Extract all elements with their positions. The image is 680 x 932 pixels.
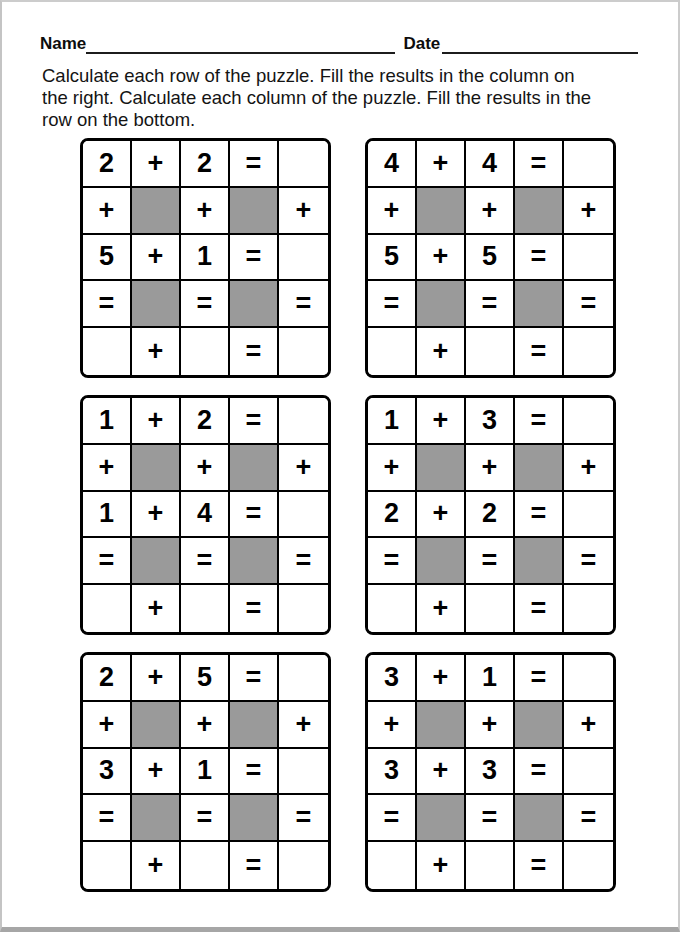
equals-operator-cell: = [83,795,132,842]
instructions-line-1: Calculate each row of the puzzle. Fill t… [42,65,672,87]
equals-operator-cell: = [279,538,328,585]
plus-operator-cell: + [417,655,466,702]
number-cell: 2 [83,141,132,188]
plus-operator-cell: + [466,188,515,235]
equals-operator-cell: = [466,795,515,842]
answer-cell[interactable] [83,328,132,375]
date-label: Date [403,34,440,54]
blocked-cell [132,445,181,492]
plus-operator-cell: + [181,445,230,492]
blocked-cell [230,795,279,842]
plus-operator-cell: + [181,188,230,235]
answer-cell[interactable] [564,398,613,445]
number-cell: 5 [368,235,417,282]
plus-operator-cell: + [417,328,466,375]
puzzle-board-4: 1+3=+++2+2====+= [365,395,616,635]
blocked-cell [417,538,466,585]
instructions-text: Calculate each row of the puzzle. Fill t… [42,65,672,131]
number-cell: 5 [466,235,515,282]
answer-cell[interactable] [279,328,328,375]
plus-operator-cell: + [564,445,613,492]
number-cell: 3 [466,749,515,796]
answer-cell[interactable] [368,585,417,632]
plus-operator-cell: + [181,702,230,749]
instructions-line-3: row on the bottom. [42,109,672,131]
worksheet-page: NameDate Calculate each row of the puzzl… [0,0,680,932]
equals-operator-cell: = [368,795,417,842]
number-cell: 1 [83,398,132,445]
blocked-cell [417,795,466,842]
equals-operator-cell: = [515,842,564,889]
plus-operator-cell: + [132,585,181,632]
equals-operator-cell: = [230,141,279,188]
equals-operator-cell: = [230,492,279,539]
number-cell: 1 [181,749,230,796]
plus-operator-cell: + [132,235,181,282]
plus-operator-cell: + [132,842,181,889]
equals-operator-cell: = [230,328,279,375]
answer-cell[interactable] [564,655,613,702]
number-cell: 1 [83,492,132,539]
puzzle-board-5: 2+5=+++3+1====+= [80,652,331,892]
equals-operator-cell: = [230,585,279,632]
equals-operator-cell: = [515,749,564,796]
answer-cell[interactable] [564,235,613,282]
plus-operator-cell: + [132,492,181,539]
equals-operator-cell: = [515,585,564,632]
answer-cell[interactable] [279,655,328,702]
answer-cell[interactable] [368,328,417,375]
plus-operator-cell: + [417,398,466,445]
plus-operator-cell: + [368,445,417,492]
blocked-cell [417,281,466,328]
plus-operator-cell: + [417,585,466,632]
blocked-cell [515,188,564,235]
answer-cell[interactable] [279,842,328,889]
blocked-cell [132,188,181,235]
blocked-cell [417,702,466,749]
answer-cell[interactable] [564,141,613,188]
equals-operator-cell: = [230,235,279,282]
plus-operator-cell: + [417,749,466,796]
blocked-cell [230,445,279,492]
equals-operator-cell: = [564,281,613,328]
puzzle-board-1: 2+2=+++5+1====+= [80,138,331,378]
plus-operator-cell: + [564,188,613,235]
blocked-cell [515,445,564,492]
answer-cell[interactable] [466,328,515,375]
equals-operator-cell: = [181,795,230,842]
answer-cell[interactable] [83,842,132,889]
answer-cell[interactable] [279,235,328,282]
number-cell: 2 [181,398,230,445]
equals-operator-cell: = [230,655,279,702]
puzzle-board-6: 3+1=+++3+3====+= [365,652,616,892]
number-cell: 4 [466,141,515,188]
plus-operator-cell: + [417,492,466,539]
equals-operator-cell: = [181,538,230,585]
equals-operator-cell: = [230,749,279,796]
blocked-cell [132,702,181,749]
plus-operator-cell: + [279,445,328,492]
blocked-cell [230,281,279,328]
equals-operator-cell: = [368,281,417,328]
equals-operator-cell: = [515,655,564,702]
equals-operator-cell: = [181,281,230,328]
answer-cell[interactable] [466,842,515,889]
puzzle-board-3: 1+2=+++1+4====+= [80,395,331,635]
plus-operator-cell: + [132,655,181,702]
plus-operator-cell: + [132,398,181,445]
equals-operator-cell: = [515,235,564,282]
answer-cell[interactable] [564,749,613,796]
equals-operator-cell: = [368,538,417,585]
equals-operator-cell: = [83,538,132,585]
plus-operator-cell: + [564,702,613,749]
plus-operator-cell: + [417,141,466,188]
number-cell: 3 [466,398,515,445]
number-cell: 1 [466,655,515,702]
equals-operator-cell: = [564,538,613,585]
number-cell: 5 [181,655,230,702]
number-cell: 1 [181,235,230,282]
plus-operator-cell: + [132,141,181,188]
plus-operator-cell: + [466,702,515,749]
answer-cell[interactable] [279,398,328,445]
plus-operator-cell: + [83,188,132,235]
plus-operator-cell: + [279,702,328,749]
blocked-cell [132,538,181,585]
equals-operator-cell: = [466,281,515,328]
plus-operator-cell: + [466,445,515,492]
number-cell: 3 [368,749,417,796]
plus-operator-cell: + [132,749,181,796]
answer-cell[interactable] [466,585,515,632]
number-cell: 2 [181,141,230,188]
number-cell: 5 [83,235,132,282]
blocked-cell [132,281,181,328]
puzzle-board-2: 4+4=+++5+5====+= [365,138,616,378]
blocked-cell [230,188,279,235]
number-cell: 1 [368,398,417,445]
plus-operator-cell: + [417,235,466,282]
date-input-line[interactable] [442,39,638,54]
answer-cell[interactable] [368,842,417,889]
header-row: NameDate [40,33,638,54]
answer-cell[interactable] [279,749,328,796]
plus-operator-cell: + [279,188,328,235]
answer-cell[interactable] [181,585,230,632]
plus-operator-cell: + [83,702,132,749]
equals-operator-cell: = [83,281,132,328]
answer-cell[interactable] [279,492,328,539]
instructions-line-2: the right. Calculate each column of the … [42,87,672,109]
blocked-cell [230,702,279,749]
equals-operator-cell: = [515,141,564,188]
name-label: Name [40,34,86,54]
equals-operator-cell: = [230,842,279,889]
blocked-cell [417,445,466,492]
plus-operator-cell: + [417,842,466,889]
number-cell: 3 [83,749,132,796]
number-cell: 2 [466,492,515,539]
answer-cell[interactable] [564,492,613,539]
blocked-cell [417,188,466,235]
answer-cell[interactable] [564,585,613,632]
answer-cell[interactable] [564,328,613,375]
equals-operator-cell: = [230,398,279,445]
number-cell: 4 [368,141,417,188]
name-input-line[interactable] [86,39,395,54]
number-cell: 3 [368,655,417,702]
blocked-cell [515,795,564,842]
equals-operator-cell: = [515,492,564,539]
plus-operator-cell: + [83,445,132,492]
answer-cell[interactable] [83,585,132,632]
number-cell: 2 [83,655,132,702]
blocked-cell [515,538,564,585]
equals-operator-cell: = [279,795,328,842]
plus-operator-cell: + [368,702,417,749]
equals-operator-cell: = [564,795,613,842]
answer-cell[interactable] [279,585,328,632]
blocked-cell [230,538,279,585]
answer-cell[interactable] [181,328,230,375]
blocked-cell [515,281,564,328]
number-cell: 4 [181,492,230,539]
blocked-cell [132,795,181,842]
number-cell: 2 [368,492,417,539]
equals-operator-cell: = [466,538,515,585]
answer-cell[interactable] [279,141,328,188]
answer-cell[interactable] [564,842,613,889]
plus-operator-cell: + [132,328,181,375]
equals-operator-cell: = [279,281,328,328]
equals-operator-cell: = [515,328,564,375]
puzzle-grids-container: 2+2=+++5+1====+= 4+4=+++5+5====+= 1+2=++… [80,138,678,892]
equals-operator-cell: = [515,398,564,445]
plus-operator-cell: + [368,188,417,235]
blocked-cell [515,702,564,749]
answer-cell[interactable] [181,842,230,889]
